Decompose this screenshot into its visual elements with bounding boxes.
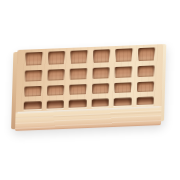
pit-r2c1 (24, 70, 42, 82)
pit-cavity (47, 69, 65, 81)
pit-r4c6 (136, 97, 154, 106)
pit-r4c1 (24, 101, 42, 110)
pit-r1c5 (115, 48, 133, 62)
pit-r1c3 (70, 50, 88, 64)
pit-cavity (24, 70, 42, 82)
pit-r2c2 (47, 69, 65, 81)
pit-cavity (25, 52, 43, 66)
pit-cavity (69, 68, 87, 80)
pit-cavity (136, 97, 154, 106)
pit-r1c4 (92, 49, 110, 63)
pit-cavity (91, 83, 109, 94)
pit-r4c4 (91, 98, 109, 107)
pit-r3c6 (136, 81, 154, 92)
pit-r1c1 (25, 52, 43, 66)
pit-cavity (46, 100, 64, 109)
pit-cavity (136, 81, 154, 92)
pit-cavity (91, 98, 109, 107)
pit-cavity (137, 47, 155, 61)
pit-r3c1 (24, 86, 42, 97)
pit-cavity (24, 101, 42, 110)
pit-cavity (114, 97, 132, 106)
pit-r2c5 (114, 66, 132, 78)
board-grid (16, 44, 164, 110)
pit-cavity (24, 86, 42, 97)
pit-r2c4 (92, 67, 110, 79)
pit-r2c6 (137, 65, 155, 77)
product-photo (0, 0, 180, 180)
pit-r4c2 (46, 100, 64, 109)
pit-cavity (92, 67, 110, 79)
pit-r4c5 (114, 97, 132, 106)
pit-cavity (115, 48, 133, 62)
pit-cavity (137, 65, 155, 77)
pit-r4c3 (69, 99, 87, 108)
pit-r3c2 (47, 85, 65, 96)
pit-r3c5 (114, 82, 132, 93)
pit-r3c3 (69, 84, 87, 95)
wooden-tray (17, 44, 166, 131)
pit-cavity (70, 50, 88, 64)
pit-cavity (47, 85, 65, 96)
pit-cavity (47, 51, 65, 65)
pit-r1c2 (47, 51, 65, 65)
pit-cavity (69, 99, 87, 108)
pit-cavity (114, 66, 132, 78)
pit-r2c3 (69, 68, 87, 80)
pit-r1c6 (137, 47, 155, 61)
pit-cavity (92, 49, 110, 63)
pit-r3c4 (91, 83, 109, 94)
pit-cavity (69, 84, 87, 95)
pit-cavity (114, 82, 132, 93)
tray-top-surface (16, 44, 164, 112)
tray-body (15, 44, 163, 130)
